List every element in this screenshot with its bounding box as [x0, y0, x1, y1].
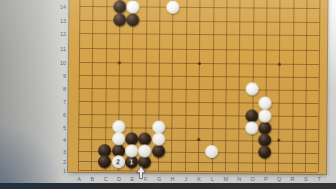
stone-black[interactable]	[113, 13, 126, 26]
stone-white[interactable]	[259, 109, 272, 122]
row-label: 5	[55, 125, 66, 131]
column-label: G	[155, 176, 164, 182]
grid-line-vertical	[91, 0, 94, 170]
row-label: 6	[55, 112, 66, 118]
row-label: 4	[55, 137, 66, 143]
row-label: 9	[55, 73, 66, 79]
grid-line-vertical	[292, 0, 295, 171]
column-label: B	[88, 176, 97, 182]
grid-line-vertical	[198, 0, 201, 171]
stone-white[interactable]	[246, 82, 259, 95]
column-label: C	[101, 176, 110, 182]
column-label: O	[248, 176, 257, 182]
stone-white[interactable]	[125, 144, 138, 157]
stone-white[interactable]	[245, 121, 258, 134]
row-label: 10	[55, 60, 66, 66]
column-label: N	[235, 176, 244, 182]
star-point	[278, 62, 281, 65]
row-label: 13	[55, 18, 66, 24]
row-label: 11	[55, 46, 66, 52]
monitor-photo: 12 1234567891011121314 ABCDEFGHJKLMNOPQR…	[0, 0, 336, 189]
stone-black[interactable]	[98, 155, 111, 168]
stone-black[interactable]	[113, 0, 126, 13]
row-label: 3	[55, 149, 66, 155]
column-label: H	[168, 176, 177, 182]
stone-white[interactable]	[205, 145, 218, 158]
mouse-cursor	[135, 166, 147, 180]
column-label: A	[75, 176, 84, 182]
row-label: 8	[55, 86, 66, 92]
grid-line-vertical	[238, 0, 241, 171]
stone-white[interactable]	[126, 0, 139, 13]
grid-line-vertical	[225, 0, 228, 171]
star-point	[197, 138, 200, 141]
stone-white-move-2[interactable]: 2	[112, 155, 125, 168]
row-label: 1	[55, 168, 66, 174]
go-board[interactable]: 12	[68, 0, 328, 174]
grid-line-vertical	[78, 0, 81, 169]
stone-black[interactable]	[126, 13, 139, 26]
column-label: Q	[275, 176, 284, 182]
column-label: R	[288, 176, 297, 182]
stone-white[interactable]	[112, 132, 125, 145]
stone-white[interactable]	[259, 96, 272, 109]
grid-line-vertical	[171, 0, 174, 170]
row-label: 14	[55, 4, 66, 10]
grid-line-vertical	[305, 0, 308, 171]
column-label: K	[195, 176, 204, 182]
column-label: J	[181, 176, 190, 182]
stone-white[interactable]	[166, 0, 179, 13]
stone-white[interactable]	[152, 133, 165, 146]
stone-white[interactable]	[138, 144, 151, 157]
row-label: 2	[55, 159, 66, 165]
column-label: S	[301, 176, 310, 182]
stone-black[interactable]	[152, 145, 165, 158]
grid-line-vertical	[185, 0, 188, 170]
star-point	[277, 139, 280, 142]
grid-line-vertical	[318, 0, 321, 172]
star-point	[117, 61, 120, 64]
column-label: L	[208, 176, 217, 182]
column-label: M	[221, 176, 230, 182]
row-label: 7	[55, 99, 66, 105]
column-label: T	[315, 176, 324, 182]
column-label: P	[261, 176, 270, 182]
stone-black[interactable]	[258, 146, 271, 159]
monitor-bezel	[0, 183, 336, 189]
star-point	[198, 61, 201, 64]
stone-black[interactable]	[245, 109, 258, 122]
grid-line-vertical	[278, 0, 281, 171]
column-label: D	[115, 176, 124, 182]
row-label: 12	[55, 31, 66, 37]
